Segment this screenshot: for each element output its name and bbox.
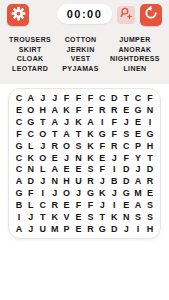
grid-cell[interactable]: F — [85, 92, 97, 104]
grid-cell[interactable]: R — [85, 223, 97, 235]
word-item: PYJAMAS — [62, 64, 99, 74]
grid-cell[interactable]: C — [13, 116, 25, 128]
grid-cell[interactable]: J — [96, 199, 108, 211]
grid-cell[interactable]: J — [73, 187, 85, 199]
grid-cell[interactable]: G — [120, 187, 132, 199]
grid-cell[interactable]: J — [132, 164, 144, 176]
grid-cell[interactable]: F — [85, 199, 97, 211]
grid-cell[interactable]: K — [85, 128, 97, 140]
restart-icon — [144, 6, 158, 24]
restart-button[interactable] — [140, 4, 162, 26]
grid-cell[interactable]: F — [85, 104, 97, 116]
grid-cell[interactable]: F — [73, 104, 85, 116]
grid-cell[interactable]: P — [132, 140, 144, 152]
grid-cell[interactable]: G — [13, 187, 25, 199]
grid-cell[interactable]: G — [144, 128, 156, 140]
grid-cell[interactable]: R — [108, 104, 120, 116]
grid-cell[interactable]: J — [108, 187, 120, 199]
grid-cell[interactable]: J — [49, 92, 61, 104]
grid-cell[interactable]: E — [120, 199, 132, 211]
grid-cell[interactable]: J — [37, 175, 49, 187]
word-item: SKIRT — [9, 45, 51, 55]
grid-cell[interactable]: G — [25, 116, 37, 128]
grid-cell[interactable]: S — [120, 128, 132, 140]
word-column: JUMPERANORAKNIGHTDRESSLINEN — [108, 35, 162, 73]
grid-cell[interactable]: J — [120, 223, 132, 235]
grid-cell[interactable]: S — [85, 211, 97, 223]
grid-cell[interactable]: L — [25, 140, 37, 152]
grid-cell[interactable]: D — [108, 92, 120, 104]
grid-cell[interactable]: O — [61, 140, 73, 152]
grid-cell[interactable]: K — [108, 211, 120, 223]
grid-cell[interactable]: K — [96, 187, 108, 199]
grid-cell[interactable]: T — [96, 211, 108, 223]
grid-cell[interactable]: P — [61, 223, 73, 235]
grid-cell[interactable]: C — [96, 92, 108, 104]
word-item: CLOAK — [9, 54, 51, 64]
grid-cell[interactable]: M — [132, 187, 144, 199]
grid-cell[interactable]: U — [73, 175, 85, 187]
grid-cell[interactable]: T — [73, 128, 85, 140]
grid-cell[interactable]: B — [13, 199, 25, 211]
settings-button[interactable] — [7, 4, 29, 26]
grid-cell[interactable]: F — [108, 128, 120, 140]
grid-cell[interactable]: N — [73, 152, 85, 164]
grid-cell[interactable]: H — [61, 175, 73, 187]
grid-cell[interactable]: A — [61, 128, 73, 140]
grid-cell[interactable]: A — [132, 175, 144, 187]
grid-cell[interactable]: F — [96, 140, 108, 152]
grid-cell[interactable]: D — [120, 175, 132, 187]
grid-cell[interactable]: K — [85, 152, 97, 164]
grid-cell[interactable]: C — [13, 164, 25, 176]
timer: 00:00 — [57, 4, 113, 24]
grid-cell[interactable]: H — [144, 223, 156, 235]
grid-cell[interactable]: N — [120, 211, 132, 223]
word-item: LINEN — [110, 64, 160, 74]
grid-cell[interactable]: C — [132, 92, 144, 104]
grid-cell[interactable]: A — [49, 164, 61, 176]
word-item: NIGHTDRESS — [110, 54, 160, 64]
grid-cell[interactable]: F — [25, 187, 37, 199]
word-item: TROUSERS — [9, 35, 51, 45]
word-item: JUMPER — [110, 35, 160, 45]
grid-cell[interactable]: M — [49, 223, 61, 235]
grid-cell[interactable]: C — [25, 128, 37, 140]
grid-cell[interactable]: S — [85, 164, 97, 176]
grid-cell[interactable]: J — [108, 152, 120, 164]
grid-cell[interactable]: A — [13, 175, 25, 187]
grid-cell[interactable]: J — [37, 140, 49, 152]
grid-cell[interactable]: O — [37, 152, 49, 164]
grid-cell[interactable]: F — [73, 92, 85, 104]
grid-cell[interactable]: A — [49, 104, 61, 116]
grid-cell[interactable]: A — [132, 199, 144, 211]
grid-cell[interactable]: E — [144, 187, 156, 199]
grid-cell[interactable]: H — [144, 140, 156, 152]
grid-cell[interactable]: E — [61, 199, 73, 211]
grid-cell[interactable]: I — [132, 223, 144, 235]
grid-cell[interactable]: B — [108, 175, 120, 187]
grid-cell[interactable]: K — [73, 116, 85, 128]
grid-cell[interactable]: J — [49, 187, 61, 199]
grid-cell[interactable]: D — [108, 223, 120, 235]
grid-cell[interactable]: D — [120, 164, 132, 176]
grid-cell[interactable]: Y — [132, 152, 144, 164]
grid-cell[interactable]: F — [61, 92, 73, 104]
grid-cell[interactable]: I — [108, 199, 120, 211]
grid-cell[interactable]: A — [49, 116, 61, 128]
grid-cell[interactable]: E — [13, 104, 25, 116]
grid-cell[interactable]: J — [25, 211, 37, 223]
grid-cell[interactable]: G — [132, 104, 144, 116]
grid-cell[interactable]: I — [37, 187, 49, 199]
word-list: TROUSERSSKIRTCLOAKLEOTARDCOTTONJERKINVES… — [0, 35, 169, 73]
grid-cell[interactable]: U — [37, 223, 49, 235]
grid-cell[interactable]: F — [96, 164, 108, 176]
grid-cell[interactable]: I — [144, 116, 156, 128]
topbar-right-group — [117, 4, 162, 26]
grid-cell[interactable]: S — [73, 140, 85, 152]
grid-cell[interactable]: K — [25, 152, 37, 164]
grid-cell[interactable]: J — [37, 92, 49, 104]
grid-cell[interactable]: T — [120, 92, 132, 104]
grid-cell[interactable]: J — [61, 116, 73, 128]
grid-cell[interactable]: G — [96, 128, 108, 140]
grid-cell[interactable]: O — [25, 104, 37, 116]
word-column: TROUSERSSKIRTCLOAKLEOTARD — [7, 35, 53, 73]
grid-cell[interactable]: A — [13, 223, 25, 235]
magnifier-sparkle-icon — [119, 6, 133, 24]
grid-cell[interactable]: F — [108, 116, 120, 128]
grid-cell[interactable]: T — [37, 211, 49, 223]
grid-cell[interactable]: I — [13, 211, 25, 223]
puzzle-card: CAJJFFFCDTCFEOHAKFFRREGNCGTAJKAIFJEIFCOT… — [8, 88, 161, 239]
word-item: VEST — [62, 54, 99, 64]
grid-cell[interactable]: C — [13, 92, 25, 104]
grid-cell[interactable]: A — [85, 116, 97, 128]
grid-cell[interactable]: N — [25, 164, 37, 176]
grid-cell[interactable]: I — [108, 164, 120, 176]
grid-cell[interactable]: R — [49, 140, 61, 152]
grid-cell[interactable]: E — [73, 223, 85, 235]
grid-cell[interactable]: D — [25, 175, 37, 187]
grid-cell[interactable]: E — [120, 104, 132, 116]
grid-cell[interactable]: R — [108, 140, 120, 152]
grid-cell[interactable]: N — [144, 104, 156, 116]
grid-cell[interactable]: T — [49, 128, 61, 140]
word-item: ANORAK — [110, 45, 160, 55]
top-bar: 00:00 — [0, 0, 169, 30]
grid-cell[interactable]: D — [144, 164, 156, 176]
grid-cell[interactable]: J — [96, 175, 108, 187]
grid-cell[interactable]: C — [13, 152, 25, 164]
grid-cell[interactable]: K — [61, 104, 73, 116]
word-item: LEOTARD — [9, 64, 51, 74]
grid-cell[interactable]: H — [37, 104, 49, 116]
grid-cell[interactable]: F — [120, 152, 132, 164]
grid-cell[interactable]: E — [61, 164, 73, 176]
grid-cell[interactable]: G — [85, 187, 97, 199]
grid-cell[interactable]: R — [144, 175, 156, 187]
grid-cell[interactable]: E — [96, 152, 108, 164]
grid-cell[interactable]: F — [73, 199, 85, 211]
grid-cell[interactable]: R — [49, 199, 61, 211]
grid-cell[interactable]: E — [132, 116, 144, 128]
grid-cell[interactable]: E — [49, 152, 61, 164]
grid-cell[interactable]: O — [37, 128, 49, 140]
grid-cell[interactable]: T — [37, 116, 49, 128]
grid-cell[interactable]: T — [144, 152, 156, 164]
word-item: COTTON — [62, 35, 99, 45]
grid-cell[interactable]: C — [120, 140, 132, 152]
letter-grid: CAJJFFFCDTCFEOHAKFFRREGNCGTAJKAIFJEIFCOT… — [13, 92, 156, 235]
grid-cell[interactable]: E — [132, 128, 144, 140]
grid-cell[interactable]: N — [49, 175, 61, 187]
grid-cell[interactable]: K — [85, 140, 97, 152]
grid-cell[interactable]: V — [61, 211, 73, 223]
grid-cell[interactable]: F — [144, 92, 156, 104]
grid-cell[interactable]: R — [85, 175, 97, 187]
word-column: COTTONJERKINVESTPYJAMAS — [60, 35, 101, 73]
grid-cell[interactable]: K — [49, 211, 61, 223]
grid-cell[interactable]: A — [25, 92, 37, 104]
grid-cell[interactable]: S — [132, 211, 144, 223]
gear-icon — [11, 6, 26, 25]
grid-cell[interactable]: I — [96, 116, 108, 128]
word-item: JERKIN — [62, 45, 99, 55]
grid-cell[interactable]: L — [37, 164, 49, 176]
grid-cell[interactable]: J — [61, 152, 73, 164]
grid-cell[interactable]: J — [25, 223, 37, 235]
grid-cell[interactable]: O — [61, 187, 73, 199]
grid-cell[interactable]: S — [144, 199, 156, 211]
grid-cell[interactable]: C — [37, 199, 49, 211]
grid-cell[interactable]: G — [13, 140, 25, 152]
grid-cell[interactable]: S — [144, 211, 156, 223]
grid-cell[interactable]: E — [73, 211, 85, 223]
grid-cell[interactable]: J — [120, 116, 132, 128]
grid-cell[interactable]: L — [25, 199, 37, 211]
grid-cell[interactable]: E — [73, 164, 85, 176]
grid-cell[interactable]: R — [96, 104, 108, 116]
grid-cell[interactable]: F — [13, 128, 25, 140]
grid-cell[interactable]: G — [96, 223, 108, 235]
hint-button[interactable] — [117, 6, 135, 24]
